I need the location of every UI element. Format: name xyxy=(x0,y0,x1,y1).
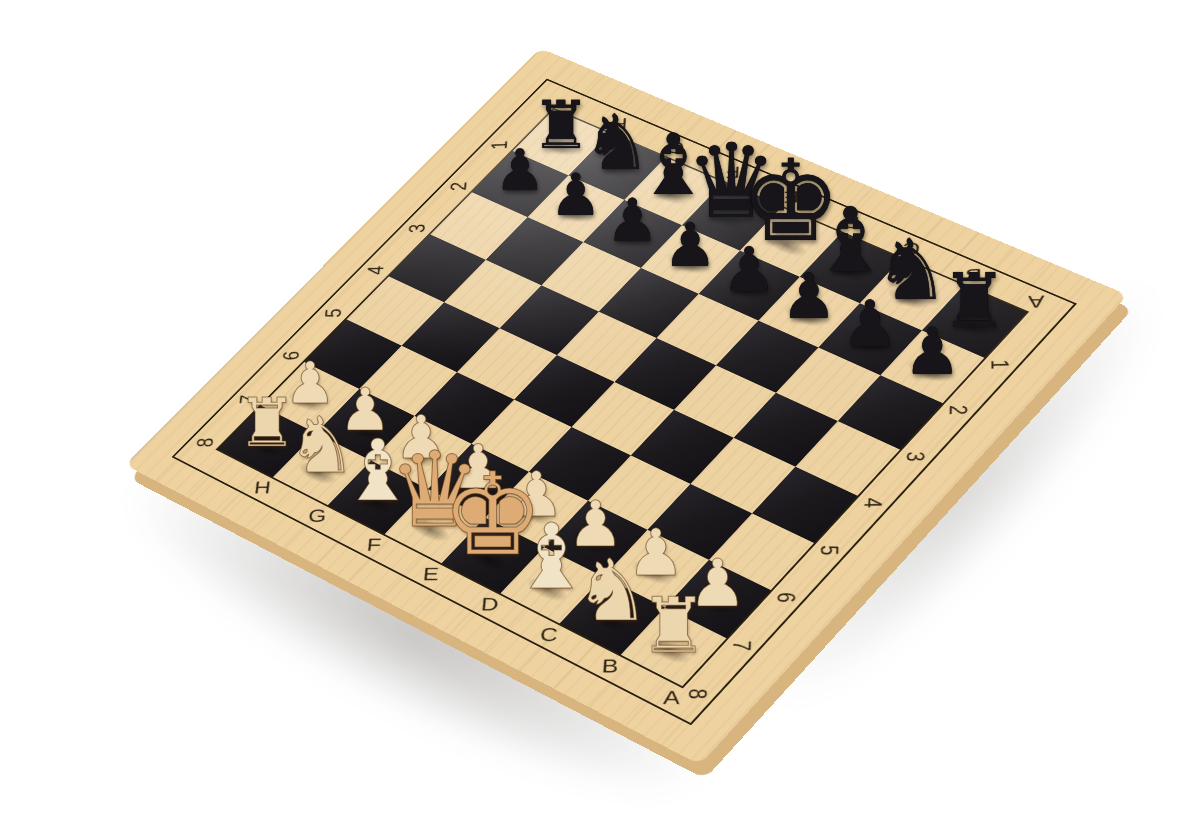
piece-shadow xyxy=(944,310,997,341)
piece-shadow xyxy=(294,457,342,488)
coordinate-label-c-top: C xyxy=(903,240,921,257)
coordinate-label-8-left: 8 xyxy=(194,438,218,448)
coordinate-label-3-left: 3 xyxy=(406,223,429,232)
coordinate-label-3-right: 3 xyxy=(903,451,928,461)
piece-shadow xyxy=(282,386,330,416)
coordinate-label-8-right: 8 xyxy=(685,689,711,700)
piece-shadow xyxy=(703,205,753,234)
chess-board: HGFEDCBAHGFEDCBA1234567812345678 xyxy=(125,48,1128,765)
photo-background: HGFEDCBAHGFEDCBA1234567812345678 ♜♞♝♛♚♝♞… xyxy=(0,0,1200,814)
piece-shadow xyxy=(780,300,831,330)
coordinate-label-e-top: E xyxy=(783,188,799,205)
piece-shadow xyxy=(493,173,541,201)
coordinate-label-1-right: 1 xyxy=(987,359,1012,369)
coordinate-label-h-bottom: H xyxy=(253,479,272,496)
piece-shadow xyxy=(687,586,740,620)
coordinate-label-c-bottom: C xyxy=(539,626,558,644)
piece-shadow xyxy=(643,633,696,667)
coordinate-label-d-top: D xyxy=(842,214,860,231)
piece-shadow xyxy=(449,468,499,500)
piece-shadow xyxy=(626,556,678,589)
coordinate-label-2-left: 2 xyxy=(447,182,470,191)
piece-shadow xyxy=(882,283,934,313)
coordinate-label-7-left: 7 xyxy=(237,394,261,404)
coordinate-label-b-top: B xyxy=(965,266,981,283)
coordinate-label-f-bottom: F xyxy=(365,536,381,554)
coordinate-label-h-top: H xyxy=(610,115,627,131)
coordinate-label-g-bottom: G xyxy=(307,507,327,525)
piece-shadow xyxy=(662,248,712,278)
coordinate-label-f-top: F xyxy=(725,164,740,180)
piece-shadow xyxy=(534,132,582,160)
piece-shadow xyxy=(406,514,456,546)
piece-shadow xyxy=(582,603,634,637)
coordinate-label-a-top: A xyxy=(1028,293,1045,310)
coordinate-label-g-top: G xyxy=(666,139,685,155)
piece-shadow xyxy=(589,156,637,184)
coordinate-label-6-right: 6 xyxy=(773,592,798,602)
piece-shadow xyxy=(463,543,514,576)
piece-shadow xyxy=(566,526,617,559)
piece-shadow xyxy=(840,327,892,358)
piece-shadow xyxy=(393,440,442,471)
piece-shadow xyxy=(239,430,287,461)
coordinate-label-7-right: 7 xyxy=(729,640,755,650)
piece-shadow xyxy=(349,485,398,517)
coordinate-label-4-left: 4 xyxy=(364,266,387,276)
coordinate-label-6-left: 6 xyxy=(280,351,303,361)
coordinate-label-a-bottom: A xyxy=(663,688,681,707)
piece-shadow xyxy=(762,231,812,261)
piece-shadow xyxy=(548,198,596,227)
piece-shadow xyxy=(821,257,872,287)
coordinate-label-d-bottom: D xyxy=(480,595,499,613)
piece-shadow xyxy=(522,572,573,605)
coordinate-label-4-right: 4 xyxy=(860,498,885,508)
piece-shadow xyxy=(604,223,653,252)
coordinate-label-b-bottom: B xyxy=(601,657,619,676)
coordinate-label-1-left: 1 xyxy=(488,140,511,149)
coordinate-label-e-bottom: E xyxy=(422,565,440,583)
piece-shadow xyxy=(646,180,695,209)
piece-shadow xyxy=(902,355,955,386)
piece-shadow xyxy=(337,413,385,444)
coordinate-label-2-right: 2 xyxy=(945,405,970,415)
piece-shadow xyxy=(507,497,558,529)
coordinate-label-5-left: 5 xyxy=(322,308,345,318)
piece-shadow xyxy=(720,274,770,304)
coordinate-label-5-right: 5 xyxy=(817,545,842,555)
